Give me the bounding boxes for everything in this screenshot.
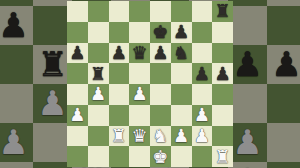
black-pawn[interactable]: ♟ <box>152 44 168 62</box>
square-e7[interactable]: ♚ <box>150 22 171 43</box>
square-f4[interactable] <box>171 84 192 105</box>
square-b8[interactable] <box>88 1 109 22</box>
square-d1[interactable] <box>129 146 150 167</box>
chess-app-screen: ♜♚♟♟♟♛♟♞♜♟♟♟♟♟♟♜♛♞♟♟♚♜ ♜♚♟♟♟♛♟♞♜♟♟♟♟♟♟♜♛… <box>0 0 300 168</box>
square-h2[interactable] <box>212 126 233 147</box>
square-h8[interactable]: ♜ <box>212 1 233 22</box>
black-rook[interactable]: ♜ <box>90 64 106 82</box>
square-c8[interactable] <box>109 1 130 22</box>
black-knight[interactable]: ♞ <box>173 44 189 62</box>
square-d8[interactable] <box>129 1 150 22</box>
square-g2[interactable]: ♟ <box>192 126 213 147</box>
square-a7[interactable] <box>67 22 88 43</box>
square-d6[interactable]: ♛ <box>129 43 150 64</box>
white-queen[interactable]: ♛ <box>132 127 148 145</box>
square-c2[interactable]: ♜ <box>109 126 130 147</box>
square-e8[interactable] <box>150 1 171 22</box>
square-b4[interactable]: ♟ <box>88 84 109 105</box>
square-a4[interactable] <box>67 84 88 105</box>
black-pawn[interactable]: ♟ <box>69 44 85 62</box>
square-a1[interactable] <box>67 146 88 167</box>
square-e2[interactable]: ♞ <box>150 126 171 147</box>
square-c5[interactable] <box>109 63 130 84</box>
white-pawn[interactable]: ♟ <box>90 85 106 103</box>
square-f5[interactable] <box>171 63 192 84</box>
square-d2[interactable]: ♛ <box>129 126 150 147</box>
square-b1[interactable] <box>88 146 109 167</box>
square-c3[interactable] <box>109 105 130 126</box>
square-d4[interactable]: ♟ <box>129 84 150 105</box>
square-e5[interactable] <box>150 63 171 84</box>
white-pawn[interactable]: ♟ <box>194 127 210 145</box>
white-rook[interactable]: ♜ <box>111 127 127 145</box>
white-knight[interactable]: ♞ <box>152 127 168 145</box>
black-pawn[interactable]: ♟ <box>215 64 231 82</box>
square-g8[interactable] <box>192 1 213 22</box>
black-queen[interactable]: ♛ <box>132 44 148 62</box>
square-c4[interactable] <box>109 84 130 105</box>
white-rook[interactable]: ♜ <box>215 147 231 165</box>
square-c6[interactable]: ♟ <box>109 43 130 64</box>
square-f6[interactable]: ♞ <box>171 43 192 64</box>
square-c1[interactable] <box>109 146 130 167</box>
black-pawn[interactable]: ♟ <box>173 23 189 41</box>
square-f8[interactable] <box>171 1 192 22</box>
chess-board[interactable]: ♜♚♟♟♟♛♟♞♜♟♟♟♟♟♟♜♛♞♟♟♚♜ <box>67 1 233 167</box>
square-b6[interactable] <box>88 43 109 64</box>
square-f7[interactable]: ♟ <box>171 22 192 43</box>
square-g4[interactable] <box>192 84 213 105</box>
black-king[interactable]: ♚ <box>152 23 168 41</box>
square-h7[interactable] <box>212 22 233 43</box>
square-e3[interactable] <box>150 105 171 126</box>
square-h6[interactable] <box>212 43 233 64</box>
square-d5[interactable] <box>129 63 150 84</box>
white-pawn[interactable]: ♟ <box>69 106 85 124</box>
square-f3[interactable] <box>171 105 192 126</box>
white-pawn[interactable]: ♟ <box>173 127 189 145</box>
square-h1[interactable]: ♜ <box>212 146 233 167</box>
square-e6[interactable]: ♟ <box>150 43 171 64</box>
white-pawn[interactable]: ♟ <box>132 85 148 103</box>
square-a6[interactable]: ♟ <box>67 43 88 64</box>
white-pawn[interactable]: ♟ <box>194 106 210 124</box>
square-b7[interactable] <box>88 22 109 43</box>
square-a2[interactable] <box>67 126 88 147</box>
square-a5[interactable] <box>67 63 88 84</box>
white-king[interactable]: ♚ <box>152 147 168 165</box>
square-b2[interactable] <box>88 126 109 147</box>
black-pawn[interactable]: ♟ <box>194 64 210 82</box>
square-g7[interactable] <box>192 22 213 43</box>
square-b5[interactable]: ♜ <box>88 63 109 84</box>
square-e4[interactable] <box>150 84 171 105</box>
square-b3[interactable] <box>88 105 109 126</box>
square-h3[interactable] <box>212 105 233 126</box>
square-a3[interactable]: ♟ <box>67 105 88 126</box>
square-h4[interactable] <box>212 84 233 105</box>
square-h5[interactable]: ♟ <box>212 63 233 84</box>
square-d7[interactable] <box>129 22 150 43</box>
square-d3[interactable] <box>129 105 150 126</box>
square-g5[interactable]: ♟ <box>192 63 213 84</box>
black-rook[interactable]: ♜ <box>215 2 231 20</box>
square-g3[interactable]: ♟ <box>192 105 213 126</box>
square-g6[interactable] <box>192 43 213 64</box>
square-f1[interactable] <box>171 146 192 167</box>
square-a8[interactable] <box>67 1 88 22</box>
square-e1[interactable]: ♚ <box>150 146 171 167</box>
square-g1[interactable] <box>192 146 213 167</box>
square-c7[interactable] <box>109 22 130 43</box>
square-f2[interactable]: ♟ <box>171 126 192 147</box>
black-pawn[interactable]: ♟ <box>111 44 127 62</box>
